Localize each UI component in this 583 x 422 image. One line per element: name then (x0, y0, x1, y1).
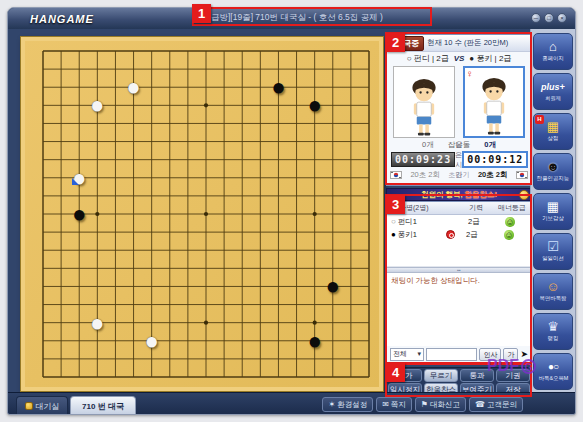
bottom-button-label: 환경설정 (337, 400, 367, 410)
stones-layer: ●●●●●●●●●● (43, 51, 369, 377)
tiger-icon: ☺ (546, 280, 559, 294)
sidebar-item-2[interactable]: ▦H상점 (533, 113, 573, 150)
sidebar-item-label: 복면바둑왕 (540, 294, 567, 302)
close-button[interactable]: × (557, 13, 567, 23)
sidebar-item-label: 기보감상 (542, 214, 564, 222)
annotation-label-1: 1 (192, 4, 211, 23)
stone-black-O17[interactable]: ● (269, 78, 287, 96)
bottom-button-2[interactable]: ⚑대화신고 (415, 397, 466, 412)
sidebar-item-label: 상점 (548, 134, 559, 142)
stone-black-R6[interactable]: ● (324, 277, 342, 295)
tab-label: 710 번 대국 (82, 401, 124, 412)
trophy-icon: ♛ (547, 320, 559, 334)
sidebar-item-label: 바둑&오목M (538, 374, 568, 382)
annotation-label-4: 4 (386, 363, 405, 382)
sidebar-item-3[interactable]: ☻한울인공지능 (533, 153, 573, 190)
robot-icon: ☻ (546, 160, 560, 174)
settings-icon: ✶ (328, 400, 335, 409)
home-icon: ⌂ (549, 40, 557, 54)
tab-lobby[interactable]: 대기실 (16, 396, 68, 415)
sidebar-item-8[interactable]: ●○바둑&오목M (533, 353, 573, 390)
watermark: PDF G (487, 357, 536, 375)
bottom-button-3[interactable]: ☎고객문의 (469, 397, 523, 412)
bottom-button-0[interactable]: ✶환경설정 (322, 397, 373, 412)
annotation-box-3 (385, 194, 532, 365)
tab-label: 대기실 (36, 401, 60, 412)
annotation-label-2: 2 (386, 33, 405, 52)
sidebar: ⌂홈페이지plus+회원제▦H상점☻한울인공지능▦기보감상☑일일미션☺복면바둑왕… (530, 29, 575, 392)
record-icon: ▦ (547, 200, 559, 214)
screen: HANGAME [고급방][19줄] 710번 대국실 - ( 호선 6.5집 … (0, 0, 583, 422)
stone-white-F17[interactable]: ● (125, 78, 143, 96)
mission-icon: ☑ (547, 240, 559, 254)
last-move-marker (72, 178, 79, 185)
report-flag-icon: ⚑ (421, 400, 428, 409)
annotation-box-2 (385, 32, 532, 185)
plus-logo: plus+ (541, 80, 565, 94)
tab-current-game[interactable]: 710 번 대국 (70, 396, 136, 415)
mobile-icon: ●○ (548, 360, 558, 374)
bottom-buttons: ✶환경설정✉쪽지⚑대화신고☎고객문의 (322, 397, 523, 412)
sidebar-item-7[interactable]: ♛랭킹 (533, 313, 573, 350)
maximize-button[interactable]: □ (544, 13, 554, 23)
sidebar-item-label: 회원제 (545, 94, 561, 102)
stone-black-Q3[interactable]: ● (306, 332, 324, 350)
window-controls: ─ □ × (531, 13, 567, 23)
sidebar-item-1[interactable]: plus+회원제 (533, 73, 573, 110)
stone-white-G3[interactable]: ● (143, 332, 161, 350)
annotation-box-1 (192, 7, 432, 26)
shop-h-badge: H (535, 115, 544, 124)
bottom-button-label: 고객문의 (487, 400, 517, 410)
sidebar-item-label: 일일미션 (542, 254, 564, 262)
bottom-button-label: 대화신고 (430, 400, 460, 410)
stone-black-C10[interactable]: ● (70, 205, 88, 223)
sidebar-item-6[interactable]: ☺복면바둑왕 (533, 273, 573, 310)
sidebar-item-label: 한울인공지능 (537, 174, 569, 182)
bottom-button-label: 쪽지 (391, 400, 406, 410)
watermark-text: PDF (487, 357, 519, 375)
stone-black-Q16[interactable]: ● (306, 96, 324, 114)
note-icon: ✉ (382, 400, 389, 409)
minimize-button[interactable]: ─ (531, 13, 541, 23)
shop-icon: ▦ (547, 120, 559, 134)
stone-white-D4[interactable]: ● (88, 314, 106, 332)
hangame-logo: HANGAME (30, 13, 94, 25)
annotation-label-3: 3 (386, 195, 405, 214)
sidebar-item-label: 홈페이지 (542, 54, 564, 62)
sidebar-item-5[interactable]: ☑일일미션 (533, 233, 573, 270)
stone-white-C12[interactable]: ● (70, 169, 88, 187)
go-board[interactable]: ●●●●●●●●●● (20, 36, 384, 392)
bottom-button-1[interactable]: ✉쪽지 (376, 397, 412, 412)
sidebar-item-label: 랭킹 (548, 334, 559, 342)
sidebar-item-0[interactable]: ⌂홈페이지 (533, 33, 573, 70)
sidebar-item-4[interactable]: ▦기보감상 (533, 193, 573, 230)
lobby-icon (25, 402, 33, 410)
stone-white-D16[interactable]: ● (88, 96, 106, 114)
support-phone-icon: ☎ (475, 400, 485, 409)
watermark-g: G (521, 359, 536, 374)
